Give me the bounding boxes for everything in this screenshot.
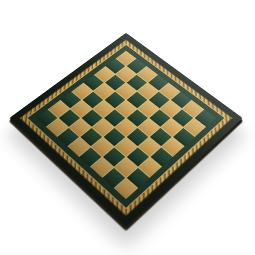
chess-board: [9, 33, 242, 227]
board-grid: [36, 51, 216, 199]
product-photo-background: [0, 0, 255, 255]
rope-trim-border: [19, 39, 233, 216]
board-inner-margin: [26, 44, 225, 209]
